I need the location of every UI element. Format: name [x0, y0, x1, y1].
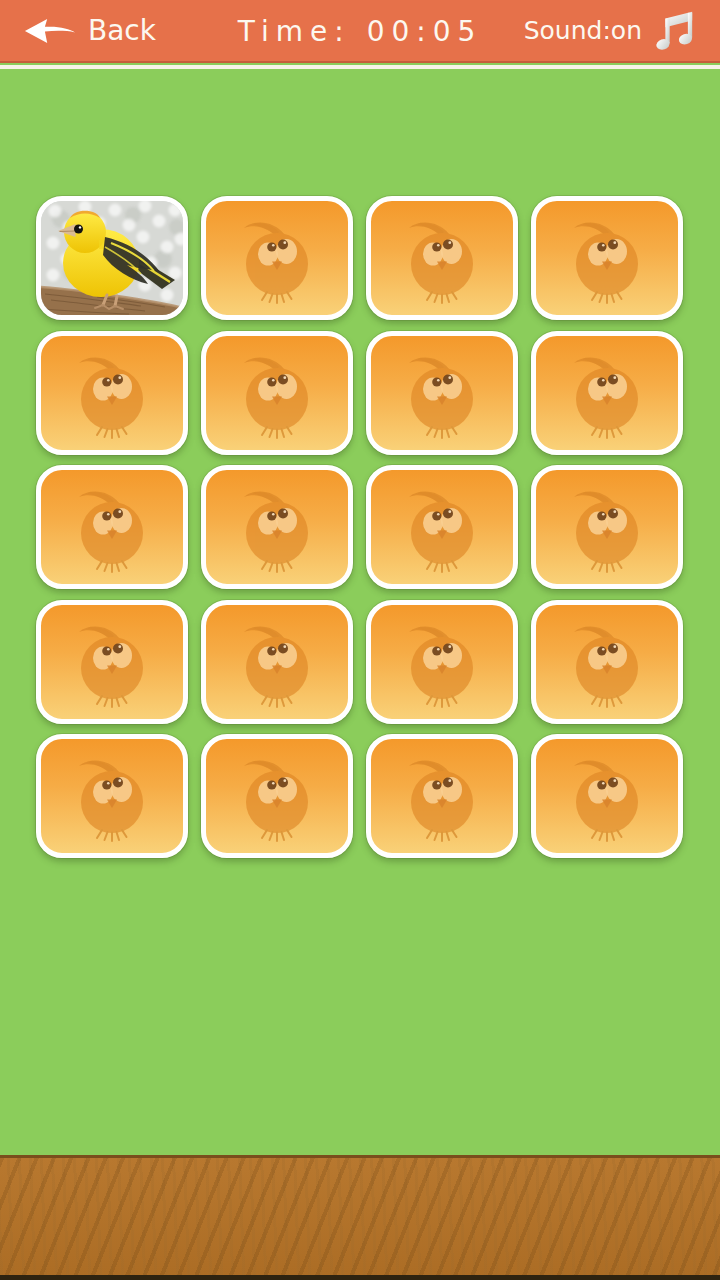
- card-r3c1-face-down[interactable]: [36, 465, 188, 589]
- card-back-bird-illustration: [536, 470, 678, 584]
- card-back-bird-illustration: [206, 336, 348, 450]
- card-r5c3-face-down[interactable]: [366, 734, 518, 858]
- canary-photo: [41, 201, 183, 315]
- back-label: Back: [88, 14, 156, 47]
- card-r4c4-face-down[interactable]: [531, 600, 683, 724]
- header-separator: [0, 65, 720, 69]
- card-r3c4-face-down[interactable]: [531, 465, 683, 589]
- card-r3c2-face-down[interactable]: [201, 465, 353, 589]
- timer-value: 00:05: [367, 14, 483, 47]
- back-button[interactable]: Back: [24, 14, 156, 47]
- card-r5c4-face-down[interactable]: [531, 734, 683, 858]
- card-r2c1-face-down[interactable]: [36, 331, 188, 455]
- card-back-bird-illustration: [371, 739, 513, 853]
- card-r4c3-face-down[interactable]: [366, 600, 518, 724]
- card-back-bird-illustration: [206, 470, 348, 584]
- card-r1c3-face-down[interactable]: [366, 196, 518, 320]
- card-back-bird-illustration: [371, 605, 513, 719]
- card-r5c1-face-down[interactable]: [36, 734, 188, 858]
- card-r1c2-face-down[interactable]: [201, 196, 353, 320]
- card-r1c4-face-down[interactable]: [531, 196, 683, 320]
- card-r2c4-face-down[interactable]: [531, 331, 683, 455]
- board: [36, 196, 683, 858]
- timer-label: Time:: [238, 14, 351, 47]
- card-back-bird-illustration: [536, 201, 678, 315]
- card-r1c1-face-up[interactable]: [36, 196, 188, 320]
- card-back-bird-illustration: [371, 201, 513, 315]
- card-back-bird-illustration: [41, 470, 183, 584]
- card-back-bird-illustration: [536, 739, 678, 853]
- card-r4c2-face-down[interactable]: [201, 600, 353, 724]
- card-back-bird-illustration: [41, 739, 183, 853]
- card-r2c3-face-down[interactable]: [366, 331, 518, 455]
- game-screen: Back Time: 00:05 Sound:on: [0, 0, 720, 1280]
- card-back-bird-illustration: [206, 201, 348, 315]
- card-back-bird-illustration: [41, 336, 183, 450]
- back-arrow-icon: [24, 16, 76, 46]
- sound-label: Sound:on: [524, 16, 642, 45]
- card-back-bird-illustration: [206, 739, 348, 853]
- card-back-bird-illustration: [536, 336, 678, 450]
- card-back-bird-illustration: [371, 470, 513, 584]
- sound-toggle-button[interactable]: Sound:on: [524, 9, 696, 53]
- card-r3c3-face-down[interactable]: [366, 465, 518, 589]
- card-back-bird-illustration: [41, 605, 183, 719]
- card-r4c1-face-down[interactable]: [36, 600, 188, 724]
- card-back-bird-illustration: [371, 336, 513, 450]
- header-bar: Back Time: 00:05 Sound:on: [0, 0, 720, 63]
- wood-footer: [0, 1155, 720, 1280]
- card-r2c2-face-down[interactable]: [201, 331, 353, 455]
- card-back-bird-illustration: [536, 605, 678, 719]
- card-r5c2-face-down[interactable]: [201, 734, 353, 858]
- card-back-bird-illustration: [206, 605, 348, 719]
- timer-display: Time: 00:05: [238, 14, 483, 47]
- music-note-icon: [652, 9, 696, 53]
